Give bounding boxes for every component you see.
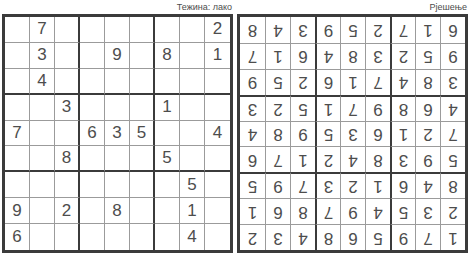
cell-r3c9 xyxy=(205,69,230,95)
cell-r4c5 xyxy=(105,95,130,121)
cell-r9c5 xyxy=(105,224,130,250)
cell-r6c8: 2 xyxy=(265,95,290,121)
cell-r8c7: 6 xyxy=(290,43,315,69)
cell-r2c9: 1 xyxy=(205,43,230,69)
cell-r8c4: 3 xyxy=(365,43,390,69)
cell-r8c2 xyxy=(30,198,55,224)
cell-r8c3: 2 xyxy=(390,43,415,69)
cell-r5c2 xyxy=(30,121,55,147)
cell-r9c6: 9 xyxy=(315,17,340,43)
cell-r1c4: 5 xyxy=(365,224,390,250)
cell-r5c9: 4 xyxy=(205,121,230,147)
cell-r6c6: 1 xyxy=(315,95,340,121)
cell-r6c6 xyxy=(130,146,155,172)
cell-r8c5: 8 xyxy=(105,198,130,224)
cell-r9c3: 7 xyxy=(390,17,415,43)
cell-r3c7 xyxy=(155,69,180,95)
cell-r1c3: 9 xyxy=(390,224,415,250)
cell-r6c3: 8 xyxy=(390,95,415,121)
cell-r5c7: 9 xyxy=(290,121,315,147)
cell-r7c5: 1 xyxy=(340,69,365,95)
cell-r2c4: 4 xyxy=(365,198,390,224)
cell-r7c9 xyxy=(205,172,230,198)
cell-r7c3 xyxy=(55,172,80,198)
cell-r5c1: 7 xyxy=(440,121,465,147)
cell-r4c2: 9 xyxy=(415,146,440,172)
cell-r2c8: 6 xyxy=(265,198,290,224)
cell-r2c7: 8 xyxy=(290,198,315,224)
cell-r6c4 xyxy=(80,146,105,172)
cell-r3c4 xyxy=(80,69,105,95)
cell-r6c3: 8 xyxy=(55,146,80,172)
cell-r9c7: 3 xyxy=(290,17,315,43)
cell-r7c4 xyxy=(80,172,105,198)
cell-r7c6: 6 xyxy=(315,69,340,95)
cell-r2c1 xyxy=(5,43,30,69)
cell-r7c6 xyxy=(130,172,155,198)
cell-r6c2 xyxy=(30,146,55,172)
cell-r5c8: 8 xyxy=(265,121,290,147)
cell-r5c3: 1 xyxy=(390,121,415,147)
cell-r4c4: 8 xyxy=(365,146,390,172)
cell-r6c2: 6 xyxy=(415,95,440,121)
cell-r9c8: 4 xyxy=(265,17,290,43)
cell-r2c2: 3 xyxy=(30,43,55,69)
cell-r6c9: 3 xyxy=(240,95,265,121)
cell-r1c1: 1 xyxy=(440,224,465,250)
cell-r1c5: 6 xyxy=(340,224,365,250)
cell-r1c5 xyxy=(105,17,130,43)
cell-r9c1: 6 xyxy=(440,17,465,43)
cell-r2c5: 9 xyxy=(340,198,365,224)
cell-r7c8: 5 xyxy=(265,69,290,95)
puzzle-grid: 72398143176354855928164 xyxy=(2,14,233,253)
cell-r4c7: 1 xyxy=(290,146,315,172)
cell-r8c1: 9 xyxy=(5,198,30,224)
cell-r7c4: 7 xyxy=(365,69,390,95)
cell-r4c3: 3 xyxy=(55,95,80,121)
cell-r1c9: 2 xyxy=(240,224,265,250)
cell-r5c6: 5 xyxy=(315,121,340,147)
cell-r1c6: 8 xyxy=(315,224,340,250)
cell-r9c6 xyxy=(130,224,155,250)
cell-r7c5 xyxy=(105,172,130,198)
cell-r5c9: 4 xyxy=(240,121,265,147)
cell-r3c6: 3 xyxy=(315,172,340,198)
cell-r4c8 xyxy=(180,95,205,121)
cell-r4c7: 1 xyxy=(155,95,180,121)
cell-r7c1: 3 xyxy=(440,69,465,95)
cell-r1c7: 4 xyxy=(290,224,315,250)
cell-r1c1 xyxy=(5,17,30,43)
cell-r4c3: 3 xyxy=(390,146,415,172)
cell-r5c5: 3 xyxy=(105,121,130,147)
cell-r6c7: 5 xyxy=(155,146,180,172)
cell-r3c3: 6 xyxy=(390,172,415,198)
solution-panel: Рјешење 17956843223549786184612379559384… xyxy=(237,0,468,256)
cell-r6c1 xyxy=(5,146,30,172)
cell-r5c6: 5 xyxy=(130,121,155,147)
cell-r6c9 xyxy=(205,146,230,172)
cell-r3c2: 4 xyxy=(415,172,440,198)
cell-r2c3 xyxy=(55,43,80,69)
cell-r7c3: 4 xyxy=(390,69,415,95)
cell-r4c1 xyxy=(5,95,30,121)
cell-r2c4 xyxy=(80,43,105,69)
cell-r8c9: 7 xyxy=(240,43,265,69)
cell-r9c8: 4 xyxy=(180,224,205,250)
cell-r3c7: 7 xyxy=(290,172,315,198)
cell-r7c1 xyxy=(5,172,30,198)
cell-r3c1: 8 xyxy=(440,172,465,198)
cell-r9c9 xyxy=(205,224,230,250)
cell-r9c5: 5 xyxy=(340,17,365,43)
cell-r1c3 xyxy=(55,17,80,43)
cell-r1c8: 3 xyxy=(265,224,290,250)
cell-r4c6: 2 xyxy=(315,146,340,172)
cell-r3c4: 1 xyxy=(365,172,390,198)
cell-r5c8 xyxy=(180,121,205,147)
cell-r1c7 xyxy=(155,17,180,43)
cell-r7c7 xyxy=(155,172,180,198)
cell-r4c4 xyxy=(80,95,105,121)
cell-r7c9: 9 xyxy=(240,69,265,95)
cell-r3c8 xyxy=(180,69,205,95)
cell-r6c7: 5 xyxy=(290,95,315,121)
cell-r2c9: 1 xyxy=(240,198,265,224)
cell-r8c9 xyxy=(205,198,230,224)
cell-r9c4 xyxy=(80,224,105,250)
cell-r8c7 xyxy=(155,198,180,224)
cell-r6c5 xyxy=(105,146,130,172)
cell-r7c7: 2 xyxy=(290,69,315,95)
cell-r4c8: 7 xyxy=(265,146,290,172)
cell-r3c5 xyxy=(105,69,130,95)
cell-r6c5: 7 xyxy=(340,95,365,121)
cell-r5c1: 7 xyxy=(5,121,30,147)
cell-r2c2: 3 xyxy=(415,198,440,224)
cell-r2c1: 2 xyxy=(440,198,465,224)
cell-r5c4: 6 xyxy=(80,121,105,147)
cell-r8c3: 2 xyxy=(55,198,80,224)
cell-r2c6: 7 xyxy=(315,198,340,224)
cell-r4c6 xyxy=(130,95,155,121)
cell-r3c6 xyxy=(130,69,155,95)
cell-r3c3 xyxy=(55,69,80,95)
cell-r9c1: 6 xyxy=(5,224,30,250)
cell-r5c5: 3 xyxy=(340,121,365,147)
cell-r2c6 xyxy=(130,43,155,69)
cell-r5c7 xyxy=(155,121,180,147)
cell-r2c7: 8 xyxy=(155,43,180,69)
cell-r2c3: 5 xyxy=(390,198,415,224)
cell-r1c8 xyxy=(180,17,205,43)
cell-r8c2: 5 xyxy=(415,43,440,69)
cell-r5c3 xyxy=(55,121,80,147)
cell-r3c9: 5 xyxy=(240,172,265,198)
cell-r6c8 xyxy=(180,146,205,172)
cell-r7c2: 8 xyxy=(415,69,440,95)
cell-r4c9: 6 xyxy=(240,146,265,172)
cell-r9c3 xyxy=(55,224,80,250)
cell-r3c8: 9 xyxy=(265,172,290,198)
cell-r3c5: 2 xyxy=(340,172,365,198)
cell-r1c2: 7 xyxy=(415,224,440,250)
solution-grid: 1795684322354978618461237955938421767216… xyxy=(237,14,468,253)
cell-r9c9: 8 xyxy=(240,17,265,43)
cell-r8c8: 1 xyxy=(265,43,290,69)
cell-r8c6 xyxy=(130,198,155,224)
cell-r4c2 xyxy=(30,95,55,121)
cell-r9c2: 1 xyxy=(415,17,440,43)
cell-r3c1 xyxy=(5,69,30,95)
cell-r4c9 xyxy=(205,95,230,121)
cell-r8c6: 4 xyxy=(315,43,340,69)
cell-r6c4: 9 xyxy=(365,95,390,121)
cell-r6c1: 4 xyxy=(440,95,465,121)
sudoku-page: Тежина: лако 72398143176354855928164 Рје… xyxy=(0,0,470,256)
cell-r8c4 xyxy=(80,198,105,224)
cell-r9c4: 2 xyxy=(365,17,390,43)
cell-r8c8: 1 xyxy=(180,198,205,224)
cell-r4c5: 4 xyxy=(340,146,365,172)
cell-r5c2: 2 xyxy=(415,121,440,147)
difficulty-label: Тежина: лако xyxy=(2,0,233,14)
puzzle-panel: Тежина: лако 72398143176354855928164 xyxy=(2,0,233,256)
cell-r8c1: 9 xyxy=(440,43,465,69)
cell-r3c2: 4 xyxy=(30,69,55,95)
cell-r7c8: 5 xyxy=(180,172,205,198)
cell-r2c8 xyxy=(180,43,205,69)
cell-r8c5: 8 xyxy=(340,43,365,69)
cell-r1c4 xyxy=(80,17,105,43)
cell-r5c4: 6 xyxy=(365,121,390,147)
solution-label: Рјешење xyxy=(237,0,468,14)
cell-r9c2 xyxy=(30,224,55,250)
cell-r4c1: 5 xyxy=(440,146,465,172)
cell-r7c2 xyxy=(30,172,55,198)
cell-r1c2: 7 xyxy=(30,17,55,43)
cell-r2c5: 9 xyxy=(105,43,130,69)
cell-r1c9: 2 xyxy=(205,17,230,43)
cell-r9c7 xyxy=(155,224,180,250)
cell-r1c6 xyxy=(130,17,155,43)
